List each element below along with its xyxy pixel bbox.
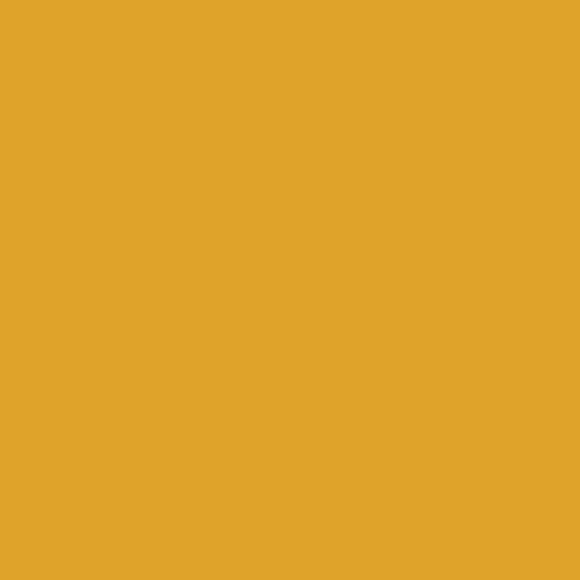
go-board-screen <box>0 0 580 580</box>
